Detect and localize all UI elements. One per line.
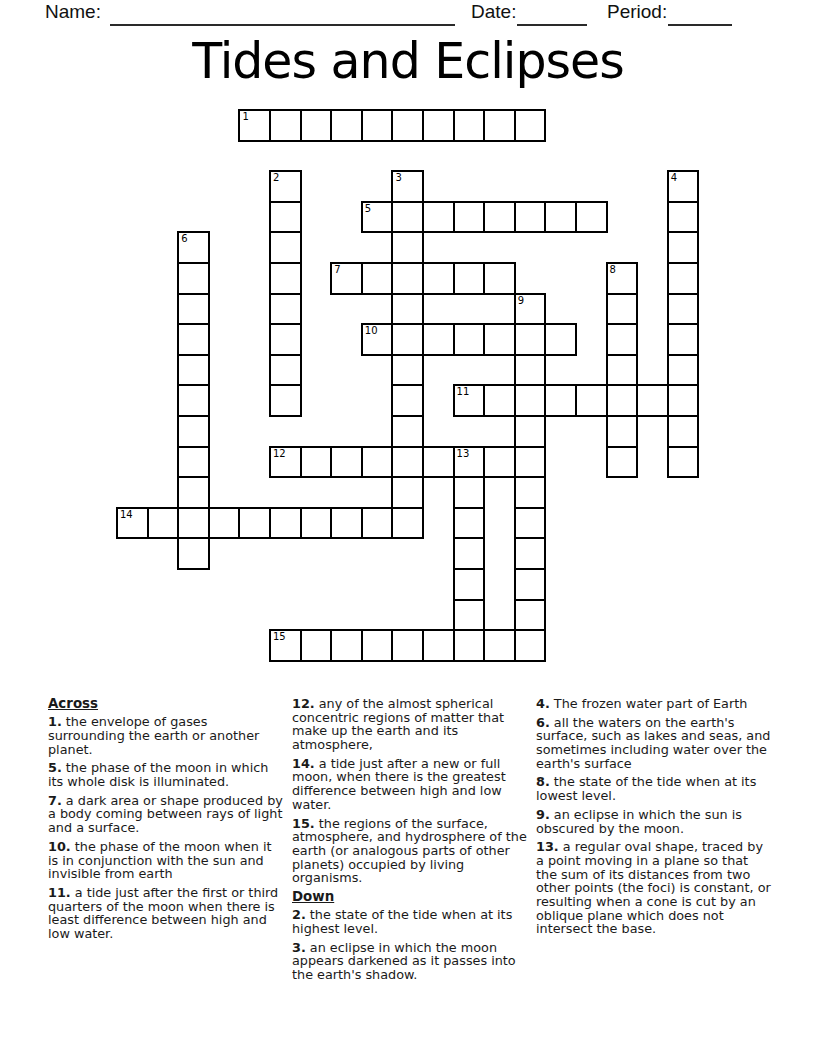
clue-text: a tide just after the first or third qua… (48, 885, 278, 941)
clue-text: a regular oval shape, traced by a point … (536, 839, 771, 936)
grid-cell[interactable] (483, 201, 516, 234)
grid-cell[interactable] (391, 629, 424, 662)
grid-cell[interactable] (422, 262, 455, 295)
cell-number: 8 (610, 264, 616, 275)
grid-cell[interactable] (453, 476, 486, 509)
clue-text: a dark area or shape produced by a body … (48, 793, 283, 835)
grid-cell[interactable] (483, 629, 516, 662)
clue-text: the envelope of gases surrounding the ea… (48, 714, 259, 756)
cell-number: 1 (242, 111, 248, 122)
clue-across-11: 11. a tide just after the first or third… (48, 886, 285, 941)
clue-across-10: 10. the phase of the moon when it is in … (48, 840, 285, 881)
clues-column-2: 12. any of the almost spherical concentr… (292, 697, 529, 987)
clue-across-1: 1. the envelope of gases surrounding the… (48, 715, 285, 756)
grid-cell[interactable] (330, 507, 363, 540)
clue-text: a tide just after a new or full moon, wh… (292, 756, 506, 812)
clue-down-9: 9. an eclipse in which the sun is obscur… (536, 808, 773, 835)
grid-cell[interactable] (514, 109, 547, 142)
grid-cell[interactable] (269, 201, 302, 234)
date-blank-line (517, 24, 587, 26)
page-title: Tides and Eclipses (0, 33, 816, 91)
grid-cell[interactable] (269, 354, 302, 387)
crossword-grid: 123456789101112131415 (117, 110, 699, 661)
grid-cell[interactable] (514, 354, 547, 387)
grid-cell[interactable]: 2 (269, 170, 302, 203)
grid-cell[interactable] (514, 629, 547, 662)
grid-cell[interactable] (575, 201, 608, 234)
grid-cell[interactable] (269, 293, 302, 326)
grid-cell[interactable] (391, 231, 424, 264)
clue-text: the state of the tide when at its lowest… (536, 774, 756, 803)
grid-cell[interactable] (238, 507, 271, 540)
clue-down-13: 13. a regular oval shape, traced by a po… (536, 840, 773, 936)
grid-cell[interactable] (269, 507, 302, 540)
cell-number: 6 (181, 233, 187, 244)
grid-cell[interactable] (483, 109, 516, 142)
grid-cell[interactable] (391, 323, 424, 356)
grid-cell[interactable] (422, 109, 455, 142)
date-label: Date: (471, 1, 516, 23)
grid-cell[interactable]: 14 (116, 507, 149, 540)
grid-cell[interactable]: 6 (177, 231, 210, 264)
grid-cell[interactable] (208, 507, 241, 540)
grid-cell[interactable] (361, 446, 394, 479)
grid-cell[interactable] (453, 109, 486, 142)
grid-cell[interactable]: 13 (453, 446, 486, 479)
cell-number: 2 (273, 172, 279, 183)
cell-number: 15 (273, 631, 286, 642)
grid-cell[interactable] (391, 446, 424, 479)
grid-cell[interactable] (453, 568, 486, 601)
grid-cell[interactable] (575, 384, 608, 417)
grid-cell[interactable] (483, 446, 516, 479)
grid-cell[interactable] (606, 384, 639, 417)
grid-cell[interactable] (544, 384, 577, 417)
grid-cell[interactable] (453, 507, 486, 540)
clue-across-12: 12. any of the almost spherical concentr… (292, 697, 529, 752)
grid-cell[interactable] (391, 293, 424, 326)
grid-cell[interactable] (361, 507, 394, 540)
cell-number: 4 (671, 172, 677, 183)
clues-column-1: Across 1. the envelope of gases surround… (48, 697, 285, 946)
grid-cell[interactable] (514, 415, 547, 448)
grid-cell[interactable] (544, 201, 577, 234)
grid-cell[interactable] (606, 293, 639, 326)
grid-cell[interactable] (361, 109, 394, 142)
grid-cell[interactable] (606, 446, 639, 479)
grid-cell[interactable] (330, 629, 363, 662)
grid-cell[interactable] (391, 476, 424, 509)
grid-cell[interactable]: 3 (391, 170, 424, 203)
cell-number: 10 (365, 325, 378, 336)
clue-across-7: 7. a dark area or shape produced by a bo… (48, 794, 285, 835)
grid-cell[interactable] (391, 507, 424, 540)
grid-cell[interactable] (667, 354, 700, 387)
grid-cell[interactable] (422, 201, 455, 234)
grid-cell[interactable]: 1 (238, 109, 271, 142)
across-heading: Across (48, 697, 285, 711)
clues-column-3: 4. The frozen water part of Earth 6. all… (536, 697, 773, 941)
grid-cell[interactable] (147, 507, 180, 540)
grid-cell[interactable] (514, 446, 547, 479)
name-blank-line (110, 24, 455, 26)
cell-number: 11 (457, 386, 470, 397)
grid-cell[interactable] (361, 262, 394, 295)
clue-down-2: 2. the state of the tide when at its hig… (292, 908, 529, 935)
grid-cell[interactable] (269, 231, 302, 264)
grid-cell[interactable] (391, 415, 424, 448)
grid-cell[interactable] (514, 507, 547, 540)
grid-cell[interactable] (177, 354, 210, 387)
grid-cell[interactable] (514, 201, 547, 234)
grid-cell[interactable] (514, 568, 547, 601)
grid-cell[interactable] (269, 262, 302, 295)
grid-cell[interactable] (606, 415, 639, 448)
grid-cell[interactable] (667, 384, 700, 417)
grid-cell[interactable] (300, 629, 333, 662)
grid-cell[interactable]: 5 (361, 201, 394, 234)
clue-text: the phase of the moon in which its whole… (48, 760, 268, 789)
clue-down-4: 4. The frozen water part of Earth (536, 697, 773, 711)
grid-cell[interactable]: 9 (514, 293, 547, 326)
grid-cell[interactable] (453, 262, 486, 295)
grid-cell[interactable] (177, 476, 210, 509)
grid-cell[interactable] (667, 446, 700, 479)
grid-cell[interactable] (667, 293, 700, 326)
cell-number: 7 (334, 264, 340, 275)
grid-cell[interactable] (391, 262, 424, 295)
grid-cell[interactable] (544, 323, 577, 356)
clue-text: any of the almost spherical concentric r… (292, 696, 504, 752)
cell-number: 14 (120, 509, 133, 520)
grid-cell[interactable]: 15 (269, 629, 302, 662)
clue-text: the regions of the surface, atmosphere, … (292, 816, 527, 886)
clue-down-6: 6. all the waters on the earth's surface… (536, 716, 773, 771)
cell-number: 9 (518, 295, 524, 306)
grid-cell[interactable] (391, 201, 424, 234)
cell-number: 12 (273, 448, 286, 459)
clue-number: 4. (536, 696, 550, 711)
grid-cell[interactable] (177, 384, 210, 417)
period-blank-line (668, 24, 732, 26)
grid-cell[interactable] (300, 507, 333, 540)
grid-cell[interactable] (177, 323, 210, 356)
name-label: Name: (45, 1, 101, 23)
grid-cell[interactable] (330, 109, 363, 142)
grid-cell[interactable] (391, 384, 424, 417)
grid-cell[interactable] (453, 323, 486, 356)
grid-cell[interactable] (361, 629, 394, 662)
grid-cell[interactable] (269, 384, 302, 417)
grid-cell[interactable] (636, 384, 669, 417)
period-label: Period: (607, 1, 667, 23)
clue-text: an eclipse in which the sun is obscured … (536, 807, 742, 836)
grid-cell[interactable] (300, 446, 333, 479)
grid-cell[interactable] (177, 262, 210, 295)
clue-across-15: 15. the regions of the surface, atmosphe… (292, 817, 529, 885)
cell-number: 13 (457, 448, 470, 459)
grid-cell[interactable] (606, 354, 639, 387)
down-heading: Down (292, 890, 529, 904)
grid-cell[interactable] (667, 231, 700, 264)
grid-cell[interactable] (391, 109, 424, 142)
grid-cell[interactable]: 11 (453, 384, 486, 417)
clue-across-5: 5. the phase of the moon in which its wh… (48, 761, 285, 788)
clue-text: all the waters on the earth's surface, s… (536, 715, 770, 771)
grid-cell[interactable] (483, 323, 516, 356)
grid-cell[interactable] (391, 354, 424, 387)
grid-cell[interactable] (422, 629, 455, 662)
grid-cell[interactable] (453, 629, 486, 662)
grid-cell[interactable] (667, 201, 700, 234)
grid-cell[interactable] (300, 109, 333, 142)
grid-cell[interactable] (667, 262, 700, 295)
grid-cell[interactable] (483, 262, 516, 295)
grid-cell[interactable] (514, 476, 547, 509)
cell-number: 3 (395, 172, 401, 183)
grid-cell[interactable]: 8 (606, 262, 639, 295)
grid-cell[interactable] (606, 323, 639, 356)
grid-cell[interactable] (177, 537, 210, 570)
clue-across-14: 14. a tide just after a new or full moon… (292, 757, 529, 812)
clue-down-8: 8. the state of the tide when at its low… (536, 775, 773, 802)
grid-cell[interactable] (177, 507, 210, 540)
grid-cell[interactable] (514, 599, 547, 632)
grid-cell[interactable] (453, 599, 486, 632)
grid-cell[interactable] (453, 537, 486, 570)
grid-cell[interactable] (422, 446, 455, 479)
grid-cell[interactable] (514, 323, 547, 356)
grid-cell[interactable] (177, 446, 210, 479)
clue-text: an eclipse in which the moon appears dar… (292, 940, 516, 982)
grid-cell[interactable] (514, 537, 547, 570)
clue-text: The frozen water part of Earth (554, 696, 748, 711)
grid-cell[interactable] (269, 323, 302, 356)
crossword-worksheet: { "header": { "name_label": "Name:", "da… (0, 0, 816, 1056)
grid-cell[interactable] (269, 109, 302, 142)
grid-cell[interactable] (514, 384, 547, 417)
grid-cell[interactable] (453, 201, 486, 234)
clue-text: the phase of the moon when it is in conj… (48, 839, 271, 881)
grid-cell[interactable] (422, 323, 455, 356)
grid-cell[interactable] (667, 323, 700, 356)
grid-cell[interactable] (177, 415, 210, 448)
cell-number: 5 (365, 203, 371, 214)
grid-cell[interactable]: 12 (269, 446, 302, 479)
grid-cell[interactable]: 10 (361, 323, 394, 356)
grid-cell[interactable] (177, 293, 210, 326)
clue-down-3: 3. an eclipse in which the moon appears … (292, 941, 529, 982)
grid-cell[interactable]: 7 (330, 262, 363, 295)
grid-cell[interactable] (483, 384, 516, 417)
grid-cell[interactable] (330, 446, 363, 479)
clue-text: the state of the tide when at its highes… (292, 907, 512, 936)
grid-cell[interactable]: 4 (667, 170, 700, 203)
grid-cell[interactable] (667, 415, 700, 448)
